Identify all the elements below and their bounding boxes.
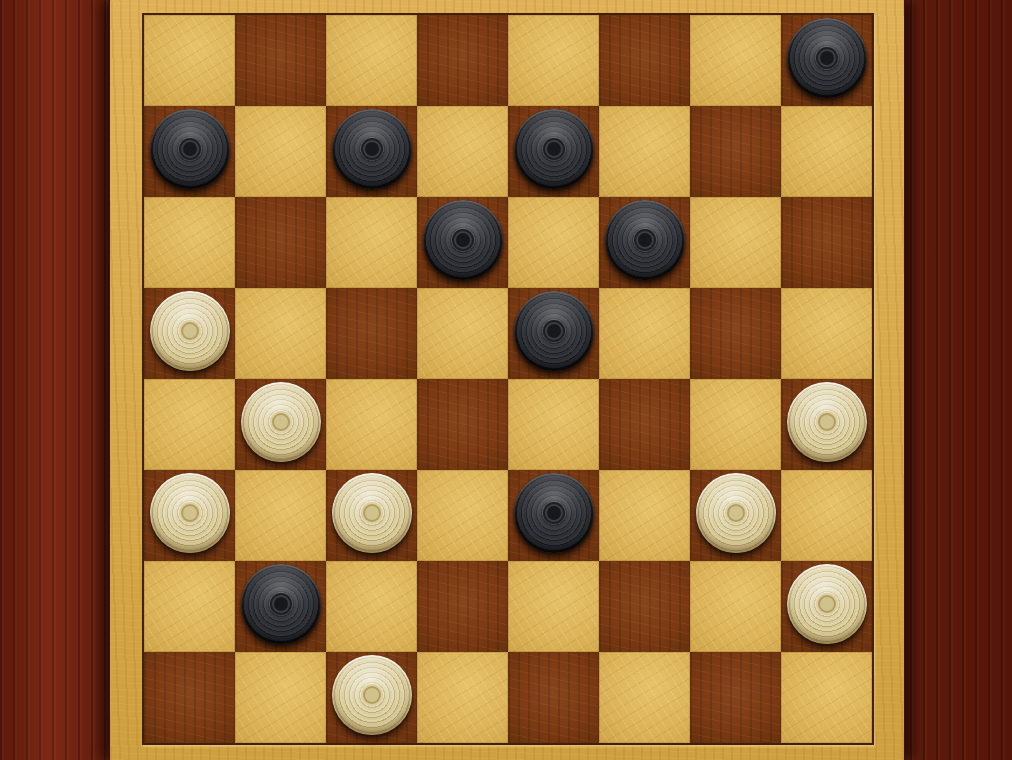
light-square: [690, 379, 781, 470]
square-17[interactable]: ⛀: [235, 379, 326, 470]
black-piece-glyph: ⛂: [605, 200, 685, 280]
square-9[interactable]: [235, 197, 326, 288]
square-18[interactable]: [417, 379, 508, 470]
light-square: [326, 15, 417, 106]
light-square: [508, 15, 599, 106]
black-piece[interactable]: ⛂: [514, 109, 594, 189]
square-14[interactable]: [326, 288, 417, 379]
square-30[interactable]: ⛀: [326, 652, 417, 743]
light-square: [235, 288, 326, 379]
light-square: [417, 470, 508, 561]
black-piece-glyph: ⛂: [787, 18, 867, 98]
light-square: [508, 197, 599, 288]
light-square: [144, 15, 235, 106]
square-16[interactable]: [690, 288, 781, 379]
light-square: [417, 106, 508, 197]
light-square: [235, 652, 326, 743]
square-25[interactable]: ⛂: [235, 561, 326, 652]
square-13[interactable]: ⛀: [144, 288, 235, 379]
black-piece-glyph: ⛂: [241, 564, 321, 644]
black-piece[interactable]: ⛂: [514, 291, 594, 371]
light-square: [326, 197, 417, 288]
light-square: [781, 652, 872, 743]
light-square: [599, 652, 690, 743]
square-3[interactable]: [599, 15, 690, 106]
square-10[interactable]: ⛂: [417, 197, 508, 288]
square-7[interactable]: ⛂: [508, 106, 599, 197]
light-square: [326, 379, 417, 470]
black-piece[interactable]: ⛂: [787, 18, 867, 98]
square-12[interactable]: [781, 197, 872, 288]
white-piece-glyph: ⛀: [332, 655, 412, 735]
square-1[interactable]: [235, 15, 326, 106]
white-piece[interactable]: ⛀: [241, 382, 321, 462]
light-square: [144, 561, 235, 652]
white-piece-glyph: ⛀: [150, 473, 230, 553]
square-20[interactable]: ⛀: [781, 379, 872, 470]
square-22[interactable]: ⛀: [326, 470, 417, 561]
white-piece-glyph: ⛀: [241, 382, 321, 462]
black-piece-glyph: ⛂: [514, 473, 594, 553]
light-square: [417, 652, 508, 743]
white-piece-glyph: ⛀: [332, 473, 412, 553]
square-27[interactable]: [599, 561, 690, 652]
light-square: [781, 288, 872, 379]
board-frame: ⛂⛂⛂⛂⛂⛂⛀⛂⛀⛀⛀⛀⛂⛀⛂⛀⛀: [109, 0, 905, 760]
square-24[interactable]: ⛀: [690, 470, 781, 561]
square-19[interactable]: [599, 379, 690, 470]
square-15[interactable]: ⛂: [508, 288, 599, 379]
light-square: [144, 379, 235, 470]
black-piece[interactable]: ⛂: [241, 564, 321, 644]
black-piece-glyph: ⛂: [332, 109, 412, 189]
square-5[interactable]: ⛂: [144, 106, 235, 197]
black-piece-glyph: ⛂: [514, 291, 594, 371]
light-square: [326, 561, 417, 652]
light-square: [235, 106, 326, 197]
black-piece-glyph: ⛂: [423, 200, 503, 280]
light-square: [417, 288, 508, 379]
light-square: [144, 197, 235, 288]
black-piece[interactable]: ⛂: [423, 200, 503, 280]
white-piece[interactable]: ⛀: [787, 564, 867, 644]
light-square: [781, 106, 872, 197]
light-square: [508, 379, 599, 470]
black-piece[interactable]: ⛂: [332, 109, 412, 189]
square-31[interactable]: [508, 652, 599, 743]
square-8[interactable]: [690, 106, 781, 197]
square-26[interactable]: [417, 561, 508, 652]
light-square: [235, 470, 326, 561]
white-piece-glyph: ⛀: [696, 473, 776, 553]
checkers-board: ⛂⛂⛂⛂⛂⛂⛀⛂⛀⛀⛀⛀⛂⛀⛂⛀⛀: [142, 13, 874, 745]
light-square: [690, 15, 781, 106]
white-piece[interactable]: ⛀: [787, 382, 867, 462]
light-square: [599, 470, 690, 561]
square-6[interactable]: ⛂: [326, 106, 417, 197]
white-piece[interactable]: ⛀: [332, 473, 412, 553]
light-square: [781, 470, 872, 561]
light-square: [508, 561, 599, 652]
white-piece[interactable]: ⛀: [332, 655, 412, 735]
white-piece-glyph: ⛀: [150, 291, 230, 371]
light-square: [599, 288, 690, 379]
light-square: [599, 106, 690, 197]
white-piece[interactable]: ⛀: [696, 473, 776, 553]
black-piece[interactable]: ⛂: [605, 200, 685, 280]
square-11[interactable]: ⛂: [599, 197, 690, 288]
white-piece-glyph: ⛀: [787, 564, 867, 644]
square-2[interactable]: [417, 15, 508, 106]
black-piece-glyph: ⛂: [150, 109, 230, 189]
black-piece-glyph: ⛂: [514, 109, 594, 189]
square-29[interactable]: [144, 652, 235, 743]
black-piece[interactable]: ⛂: [150, 109, 230, 189]
white-piece[interactable]: ⛀: [150, 291, 230, 371]
white-piece-glyph: ⛀: [787, 382, 867, 462]
light-square: [690, 561, 781, 652]
light-square: [690, 197, 781, 288]
white-piece[interactable]: ⛀: [150, 473, 230, 553]
square-21[interactable]: ⛀: [144, 470, 235, 561]
square-23[interactable]: ⛂: [508, 470, 599, 561]
square-4[interactable]: ⛂: [781, 15, 872, 106]
square-28[interactable]: ⛀: [781, 561, 872, 652]
black-piece[interactable]: ⛂: [514, 473, 594, 553]
table-surface: ⛂⛂⛂⛂⛂⛂⛀⛂⛀⛀⛀⛀⛂⛀⛂⛀⛀: [0, 0, 1012, 760]
square-32[interactable]: [690, 652, 781, 743]
